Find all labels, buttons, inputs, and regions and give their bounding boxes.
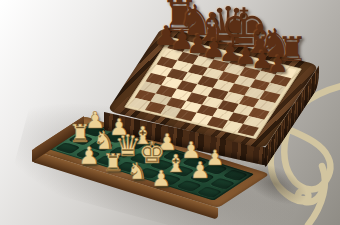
chess-piece-light-pawn: ♟ bbox=[190, 159, 211, 182]
chess-piece-dark-pawn: ♟ bbox=[268, 53, 289, 76]
chess-piece-light-rook: ♜ bbox=[102, 151, 124, 175]
chess-piece-light-pawn: ♟ bbox=[151, 168, 171, 190]
chess-piece-light-knight: ♞ bbox=[127, 160, 148, 183]
chess-piece-light-pawn: ♟ bbox=[78, 144, 100, 168]
chess-set-photo: ♜♞♝♛♚♝♞♜♟♟♟♟♟♟♟♟♟♟♝♟♟♟♜♞♛♚♝♟♟♜♞♟ bbox=[0, 0, 340, 225]
